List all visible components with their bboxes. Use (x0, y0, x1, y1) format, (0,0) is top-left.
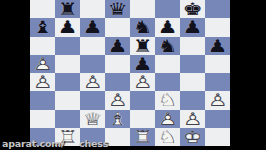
watermark-site-text: aparat.com/ (2, 138, 64, 149)
watermark-channel-text: chess (79, 138, 108, 149)
square-f3[interactable]: ♞♘ (155, 91, 180, 109)
square-a4[interactable]: ♟♙ (30, 73, 55, 91)
square-h1[interactable] (205, 128, 230, 146)
square-f4[interactable] (155, 73, 180, 91)
square-h5[interactable] (205, 55, 230, 73)
chess-board[interactable]: ♜♛♚♝♟♟♞♟♟♟♜♞♟♟♙♟♟♙♟♙♟♙♟♙♞♘♟♙♛♕♝♗♟♙♟♙♜♖♜♖… (30, 0, 230, 146)
square-g8[interactable]: ♚ (180, 0, 205, 18)
square-b5[interactable] (55, 55, 80, 73)
piece-black-pawn-h6[interactable]: ♟ (201, 36, 234, 55)
square-a6[interactable] (30, 37, 55, 55)
square-e5[interactable]: ♟ (130, 55, 155, 73)
square-h6[interactable]: ♟ (205, 37, 230, 55)
square-f5[interactable] (155, 55, 180, 73)
square-b8[interactable]: ♜ (55, 0, 80, 18)
square-h7[interactable] (205, 18, 230, 36)
square-d8[interactable]: ♛ (105, 0, 130, 18)
video-frame: ♜♛♚♝♟♟♞♟♟♟♜♞♟♟♙♟♟♙♟♙♟♙♟♙♞♘♟♙♛♕♝♗♟♙♟♙♜♖♜♖… (0, 0, 266, 150)
square-f6[interactable]: ♞ (155, 37, 180, 55)
square-d2[interactable]: ♝♗ (105, 110, 130, 128)
square-c5[interactable] (80, 55, 105, 73)
square-g4[interactable] (180, 73, 205, 91)
square-h2[interactable] (205, 110, 230, 128)
square-b6[interactable] (55, 37, 80, 55)
square-g1[interactable]: ♚♔ (180, 128, 205, 146)
square-h8[interactable] (205, 0, 230, 18)
square-a2[interactable] (30, 110, 55, 128)
square-a5[interactable]: ♟♙ (30, 55, 55, 73)
letterbox-right (230, 0, 266, 150)
square-a3[interactable] (30, 91, 55, 109)
square-h4[interactable] (205, 73, 230, 91)
square-c7[interactable]: ♟ (80, 18, 105, 36)
square-c4[interactable]: ♟♙ (80, 73, 105, 91)
square-b3[interactable] (55, 91, 80, 109)
square-g7[interactable]: ♟ (180, 18, 205, 36)
square-d3[interactable]: ♟♙ (105, 91, 130, 109)
square-g5[interactable] (180, 55, 205, 73)
square-e4[interactable]: ♟♙ (130, 73, 155, 91)
square-e8[interactable] (130, 0, 155, 18)
square-h3[interactable]: ♟♙ (205, 91, 230, 109)
piece-white-pawn-h3[interactable]: ♟♙ (201, 91, 234, 110)
square-g2[interactable]: ♟♙ (180, 110, 205, 128)
